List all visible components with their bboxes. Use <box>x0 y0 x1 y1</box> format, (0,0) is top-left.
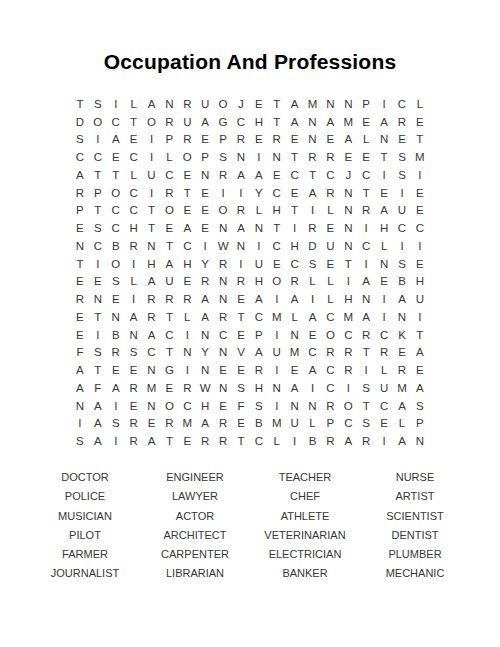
grid-cell: R <box>107 344 125 362</box>
grid-cell: N <box>232 148 250 166</box>
grid-cell: C <box>286 166 304 184</box>
grid-cell: A <box>143 432 161 450</box>
grid-cell: E <box>411 184 429 202</box>
grid-cell: I <box>268 326 286 344</box>
grid-cell: N <box>393 308 411 326</box>
grid-cell: I <box>375 308 393 326</box>
grid-cell: I <box>357 361 375 379</box>
grid-cell: C <box>304 344 322 362</box>
grid-cell: N <box>250 219 268 237</box>
grid-cell: R <box>304 219 322 237</box>
grid-cell: R <box>178 290 196 308</box>
word-list-column: DOCTORPOLICEMUSICIANPILOTFARMERJOURNALIS… <box>30 468 140 584</box>
grid-cell: F <box>71 344 89 362</box>
grid-cell: L <box>357 131 375 149</box>
grid-cell: A <box>339 432 357 450</box>
grid-cell: O <box>160 397 178 415</box>
grid-cell: N <box>214 219 232 237</box>
word-list-item: PILOT <box>30 526 140 545</box>
grid-cell: A <box>143 326 161 344</box>
grid-cell: A <box>339 131 357 149</box>
grid-cell: L <box>321 273 339 291</box>
grid-cell: I <box>286 219 304 237</box>
grid-cell: A <box>250 290 268 308</box>
grid-cell: N <box>304 397 322 415</box>
grid-cell: T <box>268 95 286 113</box>
grid-cell: A <box>357 308 375 326</box>
grid-cell: C <box>268 237 286 255</box>
grid-cell: N <box>214 344 232 362</box>
grid-cell: M <box>268 415 286 433</box>
grid-cell: N <box>178 344 196 362</box>
grid-cell: A <box>304 184 322 202</box>
grid-cell: S <box>89 344 107 362</box>
grid-cell: E <box>339 148 357 166</box>
grid-cell: T <box>268 219 286 237</box>
grid-cell: A <box>393 397 411 415</box>
grid-cell: R <box>232 202 250 220</box>
grid-cell: R <box>286 273 304 291</box>
grid-cell: R <box>196 432 214 450</box>
word-list: DOCTORPOLICEMUSICIANPILOTFARMERJOURNALIS… <box>30 468 470 584</box>
grid-cell: C <box>107 219 125 237</box>
grid-cell: S <box>357 379 375 397</box>
grid-cell: I <box>143 148 161 166</box>
grid-cell: R <box>160 113 178 131</box>
grid-cell: I <box>411 166 429 184</box>
grid-cell: I <box>125 255 143 273</box>
grid-cell: E <box>375 415 393 433</box>
grid-cell: C <box>357 237 375 255</box>
grid-cell: B <box>250 415 268 433</box>
word-list-column: TEACHERCHEFATHLETEVETERINARIANELECTRICIA… <box>250 468 360 584</box>
grid-cell: L <box>411 95 429 113</box>
grid-cell: R <box>393 113 411 131</box>
grid-cell: T <box>160 344 178 362</box>
grid-cell: E <box>196 184 214 202</box>
grid-cell: P <box>160 131 178 149</box>
grid-cell: T <box>89 166 107 184</box>
grid-cell: N <box>339 237 357 255</box>
grid-cell: C <box>250 308 268 326</box>
grid-cell: C <box>375 397 393 415</box>
grid-cell: U <box>196 95 214 113</box>
grid-cell: C <box>321 361 339 379</box>
grid-cell: A <box>232 166 250 184</box>
word-list-item: MECHANIC <box>360 564 470 583</box>
grid-cell: R <box>250 361 268 379</box>
grid-cell: O <box>178 148 196 166</box>
grid-cell: H <box>411 273 429 291</box>
grid-cell: A <box>375 202 393 220</box>
grid-cell: I <box>304 379 322 397</box>
grid-cell: I <box>375 95 393 113</box>
grid-cell: I <box>375 166 393 184</box>
word-search-grid: TSILANRUOJETAMNNPICLDOCTORUAGCHTANAMEARE… <box>71 95 429 450</box>
grid-cell: N <box>89 290 107 308</box>
grid-cell: O <box>214 95 232 113</box>
grid-cell: R <box>214 432 232 450</box>
grid-cell: E <box>286 184 304 202</box>
grid-cell: P <box>250 326 268 344</box>
grid-cell: R <box>321 184 339 202</box>
grid-cell: E <box>411 202 429 220</box>
word-list-item: FARMER <box>30 545 140 564</box>
grid-cell: T <box>268 113 286 131</box>
grid-cell: Y <box>250 184 268 202</box>
grid-cell: A <box>375 113 393 131</box>
grid-cell: O <box>160 202 178 220</box>
grid-cell: L <box>125 166 143 184</box>
grid-cell: M <box>393 379 411 397</box>
grid-cell: S <box>232 379 250 397</box>
grid-cell: N <box>339 219 357 237</box>
grid-cell: R <box>178 131 196 149</box>
grid-cell: A <box>250 166 268 184</box>
grid-cell: R <box>71 184 89 202</box>
grid-cell: U <box>268 344 286 362</box>
grid-cell: F <box>89 379 107 397</box>
grid-cell: N <box>125 326 143 344</box>
word-list-item: CARPENTER <box>140 545 250 564</box>
grid-cell: L <box>125 273 143 291</box>
grid-cell: A <box>107 131 125 149</box>
grid-cell: I <box>143 131 161 149</box>
grid-cell: E <box>196 219 214 237</box>
grid-cell: S <box>89 219 107 237</box>
grid-cell: U <box>250 255 268 273</box>
grid-cell: E <box>160 379 178 397</box>
grid-cell: I <box>375 432 393 450</box>
grid-cell: R <box>178 95 196 113</box>
grid-cell: A <box>321 113 339 131</box>
grid-cell: R <box>160 290 178 308</box>
grid-cell: R <box>214 308 232 326</box>
grid-cell: I <box>304 202 322 220</box>
grid-cell: E <box>107 148 125 166</box>
grid-cell: U <box>411 290 429 308</box>
grid-cell: E <box>286 131 304 149</box>
grid-cell: R <box>125 237 143 255</box>
grid-cell: U <box>286 415 304 433</box>
grid-cell: H <box>250 379 268 397</box>
grid-cell: T <box>232 432 250 450</box>
grid-cell: E <box>125 361 143 379</box>
grid-cell: E <box>411 255 429 273</box>
grid-cell: R <box>143 290 161 308</box>
grid-cell: R <box>160 184 178 202</box>
grid-cell: O <box>268 273 286 291</box>
word-list-item: SCIENTIST <box>360 507 470 526</box>
grid-cell: I <box>268 290 286 308</box>
grid-cell: M <box>268 308 286 326</box>
grid-cell: A <box>286 113 304 131</box>
grid-cell: A <box>411 379 429 397</box>
grid-cell: C <box>339 415 357 433</box>
grid-cell: S <box>393 148 411 166</box>
grid-cell: I <box>268 361 286 379</box>
word-list-item: NURSE <box>360 468 470 487</box>
grid-cell: A <box>89 397 107 415</box>
grid-cell: E <box>178 273 196 291</box>
grid-cell: R <box>125 379 143 397</box>
grid-cell: C <box>286 255 304 273</box>
word-list-item: ENGINEER <box>140 468 250 487</box>
grid-cell: T <box>357 397 375 415</box>
word-list-item: ATHLETE <box>250 507 360 526</box>
grid-cell: P <box>357 95 375 113</box>
grid-cell: N <box>160 95 178 113</box>
grid-cell: E <box>71 219 89 237</box>
grid-cell: O <box>107 255 125 273</box>
grid-cell: N <box>268 148 286 166</box>
grid-cell: E <box>214 397 232 415</box>
grid-cell: R <box>357 326 375 344</box>
grid-cell: T <box>71 95 89 113</box>
grid-cell: I <box>339 273 357 291</box>
grid-cell: A <box>196 113 214 131</box>
grid-cell: R <box>357 432 375 450</box>
grid-cell: E <box>196 202 214 220</box>
grid-cell: A <box>196 415 214 433</box>
grid-cell: T <box>89 361 107 379</box>
grid-cell: N <box>321 95 339 113</box>
grid-cell: I <box>107 397 125 415</box>
grid-cell: A <box>286 379 304 397</box>
grid-cell: L <box>250 202 268 220</box>
grid-cell: N <box>214 379 232 397</box>
grid-cell: E <box>125 131 143 149</box>
grid-cell: S <box>357 415 375 433</box>
grid-cell: N <box>339 184 357 202</box>
grid-cell: C <box>321 166 339 184</box>
grid-cell: E <box>375 273 393 291</box>
grid-cell: N <box>339 95 357 113</box>
grid-cell: A <box>304 308 322 326</box>
grid-cell: W <box>196 379 214 397</box>
grid-cell: A <box>250 344 268 362</box>
grid-cell: C <box>357 166 375 184</box>
grid-cell: S <box>214 148 232 166</box>
grid-cell: L <box>321 290 339 308</box>
grid-cell: M <box>411 148 429 166</box>
grid-cell: O <box>339 397 357 415</box>
grid-cell: N <box>339 202 357 220</box>
grid-cell: E <box>178 166 196 184</box>
grid-cell: C <box>321 379 339 397</box>
grid-cell: R <box>268 131 286 149</box>
grid-cell: A <box>286 95 304 113</box>
grid-cell: V <box>232 344 250 362</box>
grid-cell: U <box>375 379 393 397</box>
grid-cell: A <box>125 308 143 326</box>
grid-cell: C <box>393 219 411 237</box>
grid-cell: A <box>393 290 411 308</box>
grid-cell: R <box>321 344 339 362</box>
grid-cell: H <box>339 290 357 308</box>
grid-cell: B <box>304 432 322 450</box>
grid-cell: N <box>232 237 250 255</box>
grid-cell: N <box>196 326 214 344</box>
grid-cell: T <box>160 308 178 326</box>
grid-cell: A <box>411 344 429 362</box>
grid-cell: S <box>71 131 89 149</box>
grid-cell: A <box>178 219 196 237</box>
grid-cell: E <box>411 113 429 131</box>
grid-cell: A <box>143 95 161 113</box>
grid-cell: I <box>304 290 322 308</box>
grid-cell: I <box>107 95 125 113</box>
grid-cell: E <box>321 255 339 273</box>
word-search-worksheet: Occupation And Professions TSILANRUOJETA… <box>0 0 500 647</box>
grid-cell: E <box>286 361 304 379</box>
grid-cell: I <box>393 184 411 202</box>
grid-cell: R <box>232 131 250 149</box>
word-list-item: ELECTRICIAN <box>250 545 360 564</box>
grid-cell: P <box>89 184 107 202</box>
grid-cell: E <box>304 326 322 344</box>
grid-cell: H <box>143 255 161 273</box>
grid-cell: T <box>232 308 250 326</box>
grid-cell: L <box>160 148 178 166</box>
grid-cell: T <box>411 131 429 149</box>
grid-cell: Y <box>196 255 214 273</box>
grid-cell: B <box>393 273 411 291</box>
word-list-column: ENGINEERLAWYERACTORARCHITECTCARPENTERLIB… <box>140 468 250 584</box>
grid-cell: A <box>304 361 322 379</box>
grid-cell: L <box>125 95 143 113</box>
grid-cell: S <box>250 397 268 415</box>
grid-cell: R <box>71 290 89 308</box>
grid-cell: I <box>89 326 107 344</box>
grid-cell: R <box>357 202 375 220</box>
grid-cell: T <box>125 113 143 131</box>
grid-cell: R <box>321 432 339 450</box>
grid-cell: C <box>160 326 178 344</box>
grid-cell: S <box>107 273 125 291</box>
grid-cell: R <box>160 415 178 433</box>
grid-cell: E <box>178 432 196 450</box>
grid-cell: S <box>393 166 411 184</box>
grid-cell: M <box>286 344 304 362</box>
grid-cell: E <box>71 326 89 344</box>
grid-cell: T <box>286 202 304 220</box>
grid-cell: N <box>143 397 161 415</box>
grid-cell: T <box>160 432 178 450</box>
grid-cell: R <box>214 255 232 273</box>
grid-cell: I <box>339 379 357 397</box>
grid-cell: C <box>375 326 393 344</box>
grid-cell: I <box>357 219 375 237</box>
grid-cell: H <box>375 219 393 237</box>
grid-cell: I <box>393 237 411 255</box>
grid-cell: N <box>214 273 232 291</box>
grid-cell: H <box>250 113 268 131</box>
grid-cell: I <box>71 415 89 433</box>
grid-cell: R <box>321 148 339 166</box>
grid-cell: A <box>393 432 411 450</box>
word-list-item: VETERINARIAN <box>250 526 360 545</box>
grid-cell: R <box>339 361 357 379</box>
grid-cell: I <box>375 290 393 308</box>
grid-cell: T <box>89 308 107 326</box>
grid-cell: P <box>321 415 339 433</box>
grid-cell: S <box>304 255 322 273</box>
grid-cell: N <box>196 361 214 379</box>
grid-cell: C <box>107 202 125 220</box>
grid-cell: U <box>321 237 339 255</box>
grid-cell: C <box>125 184 143 202</box>
grid-cell: L <box>375 237 393 255</box>
word-list-item: POLICE <box>30 487 140 506</box>
grid-cell: T <box>357 184 375 202</box>
grid-cell: E <box>125 397 143 415</box>
grid-cell: T <box>107 166 125 184</box>
grid-cell: L <box>375 361 393 379</box>
grid-cell: U <box>393 202 411 220</box>
grid-cell: N <box>107 308 125 326</box>
grid-cell: M <box>143 379 161 397</box>
grid-cell: E <box>214 361 232 379</box>
grid-cell: N <box>71 397 89 415</box>
grid-cell: I <box>250 237 268 255</box>
word-list-item: LAWYER <box>140 487 250 506</box>
word-list-item: BANKER <box>250 564 360 583</box>
grid-cell: J <box>339 166 357 184</box>
grid-cell: E <box>89 273 107 291</box>
grid-cell: E <box>178 202 196 220</box>
grid-cell: G <box>160 361 178 379</box>
grid-cell: I <box>411 308 429 326</box>
grid-cell: C <box>143 344 161 362</box>
grid-cell: C <box>125 202 143 220</box>
grid-cell: I <box>143 184 161 202</box>
grid-cell: L <box>321 202 339 220</box>
grid-cell: L <box>268 432 286 450</box>
grid-cell: M <box>339 113 357 131</box>
grid-cell: T <box>89 202 107 220</box>
grid-cell: E <box>143 415 161 433</box>
grid-cell: A <box>143 273 161 291</box>
grid-cell: H <box>250 273 268 291</box>
grid-cell: N <box>375 255 393 273</box>
grid-cell: E <box>393 131 411 149</box>
grid-cell: L <box>178 308 196 326</box>
puzzle-title: Occupation And Professions <box>0 0 500 74</box>
grid-cell: A <box>89 415 107 433</box>
grid-cell: E <box>232 415 250 433</box>
grid-cell: H <box>268 202 286 220</box>
grid-cell: N <box>143 237 161 255</box>
grid-cell: D <box>71 113 89 131</box>
grid-cell: U <box>143 166 161 184</box>
grid-cell: E <box>321 219 339 237</box>
grid-cell: S <box>71 432 89 450</box>
grid-cell: I <box>178 361 196 379</box>
grid-cell: I <box>89 131 107 149</box>
grid-cell: A <box>286 290 304 308</box>
grid-cell: N <box>286 397 304 415</box>
grid-cell: I <box>232 255 250 273</box>
grid-cell: G <box>214 113 232 131</box>
word-list-item: TEACHER <box>250 468 360 487</box>
grid-cell: R <box>214 415 232 433</box>
grid-cell: U <box>160 273 178 291</box>
grid-cell: C <box>178 397 196 415</box>
grid-cell: C <box>321 308 339 326</box>
grid-cell: I <box>214 184 232 202</box>
grid-cell: N <box>304 131 322 149</box>
